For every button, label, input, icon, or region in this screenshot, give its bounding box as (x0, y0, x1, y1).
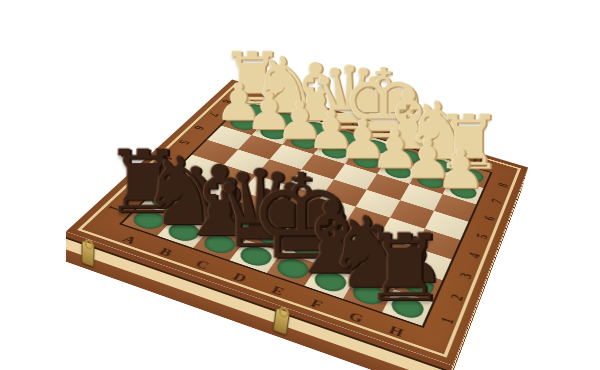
rank-label-right-3: 3 (453, 267, 479, 285)
chess-set-photo: AABBCCDDEEFFGGHH8877665544332211 ♜♞♝♛♚♝♞… (0, 0, 600, 370)
file-label-near-f: F (302, 294, 332, 315)
file-label-near-a: A (114, 231, 145, 249)
rank-label-right-4: 4 (462, 247, 487, 264)
file-label-near-e: E (263, 281, 293, 301)
file-label-near-d: D (225, 268, 255, 288)
file-label-near-b: B (150, 243, 181, 262)
dark-rook-h1: ♜ (363, 222, 444, 315)
chess-board: AABBCCDDEEFFGGHH8877665544332211 ♜♞♝♛♚♝♞… (66, 79, 528, 365)
rank-label-right-5: 5 (470, 228, 494, 245)
file-label-near-c: C (187, 255, 217, 274)
brass-clasp (81, 240, 94, 268)
file-label-near-h: H (382, 321, 411, 343)
brass-clasp (273, 307, 291, 335)
file-label-near-g: G (341, 307, 370, 328)
perspective-scene: AABBCCDDEEFFGGHH8877665544332211 ♜♞♝♛♚♝♞… (0, 0, 600, 370)
